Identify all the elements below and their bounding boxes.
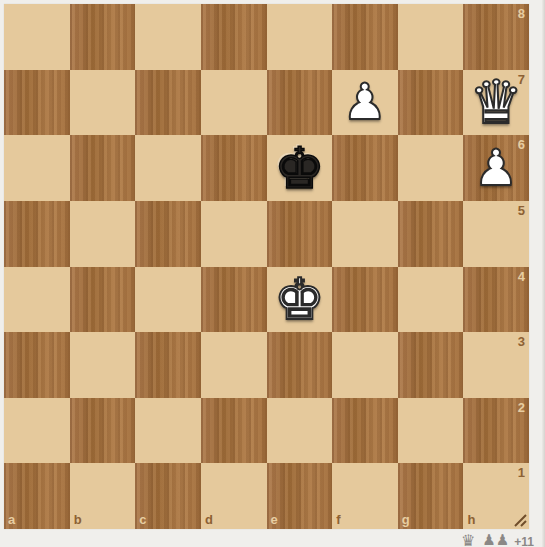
file-label-d: d bbox=[205, 513, 213, 526]
square-f4[interactable] bbox=[332, 267, 398, 333]
square-e3[interactable] bbox=[267, 332, 333, 398]
square-b7[interactable] bbox=[70, 70, 136, 136]
square-f2[interactable] bbox=[332, 398, 398, 464]
white-pawn-f7[interactable]: ♟ bbox=[343, 77, 388, 127]
square-f3[interactable] bbox=[332, 332, 398, 398]
file-label-f: f bbox=[336, 513, 340, 526]
square-c1[interactable]: c bbox=[135, 463, 201, 529]
chess-board: 8♟7♛♚6♟5♚432abcdefgh1 bbox=[4, 4, 529, 529]
square-h6[interactable]: 6♟ bbox=[463, 135, 529, 201]
square-b5[interactable] bbox=[70, 201, 136, 267]
square-c4[interactable] bbox=[135, 267, 201, 333]
square-g6[interactable] bbox=[398, 135, 464, 201]
board-resize-handle[interactable] bbox=[513, 513, 527, 527]
square-f6[interactable] bbox=[332, 135, 398, 201]
square-e8[interactable] bbox=[267, 4, 333, 70]
file-label-h: h bbox=[467, 513, 475, 526]
square-h2[interactable]: 2 bbox=[463, 398, 529, 464]
file-label-b: b bbox=[74, 513, 82, 526]
black-king-e6[interactable]: ♚ bbox=[274, 140, 325, 197]
square-e2[interactable] bbox=[267, 398, 333, 464]
square-e4[interactable]: ♚ bbox=[267, 267, 333, 333]
square-b8[interactable] bbox=[70, 4, 136, 70]
square-a1[interactable]: a bbox=[4, 463, 70, 529]
square-g2[interactable] bbox=[398, 398, 464, 464]
square-f1[interactable]: f bbox=[332, 463, 398, 529]
square-b4[interactable] bbox=[70, 267, 136, 333]
square-d5[interactable] bbox=[201, 201, 267, 267]
square-h8[interactable]: 8 bbox=[463, 4, 529, 70]
file-label-g: g bbox=[402, 513, 410, 526]
square-a2[interactable] bbox=[4, 398, 70, 464]
captured-pieces-tray: ♛♟♟+11 bbox=[461, 533, 534, 547]
square-c6[interactable] bbox=[135, 135, 201, 201]
square-c3[interactable] bbox=[135, 332, 201, 398]
square-f5[interactable] bbox=[332, 201, 398, 267]
square-a6[interactable] bbox=[4, 135, 70, 201]
material-advantage: +11 bbox=[514, 536, 534, 547]
square-e1[interactable]: e bbox=[267, 463, 333, 529]
square-d6[interactable] bbox=[201, 135, 267, 201]
square-h7[interactable]: 7♛ bbox=[463, 70, 529, 136]
square-c2[interactable] bbox=[135, 398, 201, 464]
square-g8[interactable] bbox=[398, 4, 464, 70]
square-b6[interactable] bbox=[70, 135, 136, 201]
square-c5[interactable] bbox=[135, 201, 201, 267]
square-g7[interactable] bbox=[398, 70, 464, 136]
square-f7[interactable]: ♟ bbox=[332, 70, 398, 136]
square-d1[interactable]: d bbox=[201, 463, 267, 529]
rank-label-5: 5 bbox=[518, 204, 525, 217]
white-pawn-h6[interactable]: ♟ bbox=[474, 143, 519, 193]
rank-label-1: 1 bbox=[518, 466, 525, 479]
square-c7[interactable] bbox=[135, 70, 201, 136]
rank-label-2: 2 bbox=[518, 401, 525, 414]
square-g1[interactable]: g bbox=[398, 463, 464, 529]
chess-app: { "game": "chess", "board": { "files": [… bbox=[0, 0, 545, 547]
square-f8[interactable] bbox=[332, 4, 398, 70]
rank-label-3: 3 bbox=[518, 335, 525, 348]
square-g5[interactable] bbox=[398, 201, 464, 267]
square-e5[interactable] bbox=[267, 201, 333, 267]
rank-label-8: 8 bbox=[518, 7, 525, 20]
square-d8[interactable] bbox=[201, 4, 267, 70]
square-d3[interactable] bbox=[201, 332, 267, 398]
square-g4[interactable] bbox=[398, 267, 464, 333]
square-g3[interactable] bbox=[398, 332, 464, 398]
file-label-e: e bbox=[271, 513, 278, 526]
square-d4[interactable] bbox=[201, 267, 267, 333]
file-label-a: a bbox=[8, 513, 15, 526]
square-h5[interactable]: 5 bbox=[463, 201, 529, 267]
square-h3[interactable]: 3 bbox=[463, 332, 529, 398]
square-b2[interactable] bbox=[70, 398, 136, 464]
square-a3[interactable] bbox=[4, 332, 70, 398]
white-queen-h7[interactable]: ♛ bbox=[469, 72, 523, 132]
captured-queen-icon: ♛ bbox=[461, 533, 475, 547]
square-a8[interactable] bbox=[4, 4, 70, 70]
square-b3[interactable] bbox=[70, 332, 136, 398]
square-a7[interactable] bbox=[4, 70, 70, 136]
square-e6[interactable]: ♚ bbox=[267, 135, 333, 201]
rank-label-4: 4 bbox=[518, 270, 525, 283]
square-d2[interactable] bbox=[201, 398, 267, 464]
white-king-e4[interactable]: ♚ bbox=[274, 271, 325, 328]
square-c8[interactable] bbox=[135, 4, 201, 70]
square-b1[interactable]: b bbox=[70, 463, 136, 529]
square-h4[interactable]: 4 bbox=[463, 267, 529, 333]
rank-label-6: 6 bbox=[518, 138, 525, 151]
square-a5[interactable] bbox=[4, 201, 70, 267]
captured-pawn-icon: ♟ bbox=[482, 533, 495, 547]
captured-pawn-icon: ♟ bbox=[496, 533, 509, 547]
square-e7[interactable] bbox=[267, 70, 333, 136]
square-a4[interactable] bbox=[4, 267, 70, 333]
file-label-c: c bbox=[139, 513, 146, 526]
resize-diagonal-lines-icon bbox=[513, 513, 527, 527]
square-d7[interactable] bbox=[201, 70, 267, 136]
